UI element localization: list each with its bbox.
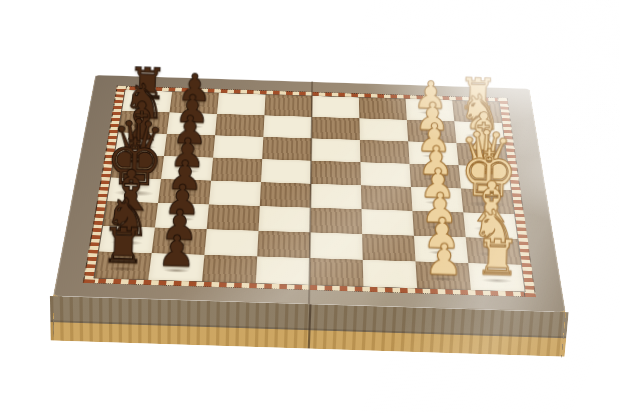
chess-board: ♜♟♟♜♞♟♟♞♝♟♟♝♛♟♟♛♚♟♟♚♝♟♟♝♞♟♟♞♜♟♟♜ (53, 75, 565, 312)
piece-wR[interactable]: ♜ (475, 232, 521, 283)
piece-bR[interactable]: ♜ (101, 220, 147, 271)
piece-bP[interactable]: ♟ (157, 229, 197, 273)
board-surface: ♜♟♟♜♞♟♟♞♝♟♟♝♛♟♟♛♚♟♟♚♝♟♟♝♞♟♟♞♜♟♟♜ (53, 75, 565, 312)
photo-scene: ♜♟♟♜♞♟♟♞♝♟♟♝♛♟♟♛♚♟♟♚♝♟♟♝♞♟♟♞♜♟♟♜ (0, 0, 620, 413)
piece-wP[interactable]: ♟ (424, 237, 464, 281)
